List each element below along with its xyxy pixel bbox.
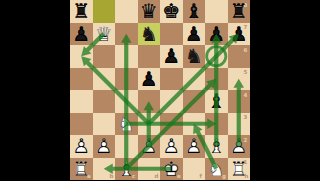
piece-black-pawn-h7[interactable]: ♟♙ [228, 23, 251, 46]
pawn-outline-glyph: ♙ [183, 23, 206, 46]
square-a3[interactable] [70, 113, 93, 136]
square-c8[interactable] [115, 0, 138, 23]
bishop-outline-glyph: ♗ [205, 90, 228, 113]
rank-coordinate-5: 5 [244, 69, 248, 75]
square-g6[interactable] [205, 45, 228, 68]
piece-white-queen-b7[interactable]: ♛♕ [93, 23, 116, 46]
square-b5[interactable] [93, 68, 116, 91]
piece-black-knight-d7[interactable]: ♞♘ [138, 23, 161, 46]
file-coordinate-f: f [200, 173, 202, 179]
right-letterbox-bar [250, 0, 320, 180]
square-g5[interactable] [205, 68, 228, 91]
square-a4[interactable] [70, 90, 93, 113]
piece-white-bishop-c1[interactable]: ♝♗ [115, 158, 138, 181]
knight-outline-glyph: ♘ [138, 23, 161, 46]
square-d4[interactable] [138, 90, 161, 113]
rank-coordinate-4: 4 [244, 92, 248, 98]
piece-white-bishop-g2[interactable]: ♝♗ [205, 135, 228, 158]
square-g3[interactable] [205, 113, 228, 136]
piece-black-pawn-d5[interactable]: ♟♙ [138, 68, 161, 91]
piece-white-rook-h1[interactable]: ♜♖ [228, 158, 251, 181]
square-b6[interactable] [93, 45, 116, 68]
square-c7[interactable] [115, 23, 138, 46]
piece-white-rook-a1[interactable]: ♜♖ [70, 158, 93, 181]
knight-outline-glyph: ♘ [183, 45, 206, 68]
rook-outline-glyph: ♖ [228, 0, 251, 23]
king-outline-glyph: ♔ [160, 158, 183, 181]
knight-outline-glyph: ♘ [115, 113, 138, 136]
square-b3[interactable] [93, 113, 116, 136]
piece-white-knight-c3[interactable]: ♞♘ [115, 113, 138, 136]
square-c5[interactable] [115, 68, 138, 91]
piece-black-pawn-a7[interactable]: ♟♙ [70, 23, 93, 46]
pawn-outline-glyph: ♙ [138, 135, 161, 158]
file-coordinate-b: b [110, 173, 114, 179]
piece-white-knight-g1[interactable]: ♞♘ [205, 158, 228, 181]
square-c6[interactable] [115, 45, 138, 68]
left-letterbox-bar [0, 0, 70, 180]
piece-white-pawn-h2[interactable]: ♟♙ [228, 135, 251, 158]
piece-white-pawn-b2[interactable]: ♟♙ [93, 135, 116, 158]
pawn-outline-glyph: ♙ [138, 68, 161, 91]
piece-black-rook-a8[interactable]: ♜♖ [70, 0, 93, 23]
pawn-outline-glyph: ♙ [228, 135, 251, 158]
pawn-outline-glyph: ♙ [70, 23, 93, 46]
piece-black-bishop-g4[interactable]: ♝♗ [205, 90, 228, 113]
knight-outline-glyph: ♘ [205, 158, 228, 181]
square-f3[interactable] [183, 113, 206, 136]
square-d3[interactable] [138, 113, 161, 136]
file-coordinate-d: d [155, 173, 159, 179]
video-frame: 12345678abcdefgh♜♖♛♕♚♔♝♗♜♖♟♙♛♕♞♘♟♙♟♙♟♙♟♙… [0, 0, 320, 180]
piece-black-bishop-f8[interactable]: ♝♗ [183, 0, 206, 23]
king-outline-glyph: ♔ [160, 0, 183, 23]
square-b4[interactable] [93, 90, 116, 113]
piece-white-pawn-e2[interactable]: ♟♙ [160, 135, 183, 158]
last-move-highlight-b8 [93, 0, 116, 23]
rook-outline-glyph: ♖ [70, 158, 93, 181]
piece-black-pawn-e6[interactable]: ♟♙ [160, 45, 183, 68]
piece-black-rook-h8[interactable]: ♜♖ [228, 0, 251, 23]
rook-outline-glyph: ♖ [228, 158, 251, 181]
piece-white-king-e1[interactable]: ♚♔ [160, 158, 183, 181]
piece-white-pawn-a2[interactable]: ♟♙ [70, 135, 93, 158]
pawn-outline-glyph: ♙ [160, 45, 183, 68]
square-a6[interactable] [70, 45, 93, 68]
rank-coordinate-6: 6 [244, 47, 248, 53]
square-d6[interactable] [138, 45, 161, 68]
piece-black-pawn-f7[interactable]: ♟♙ [183, 23, 206, 46]
rook-outline-glyph: ♖ [70, 0, 93, 23]
pawn-outline-glyph: ♙ [228, 23, 251, 46]
rank-coordinate-3: 3 [244, 114, 248, 120]
queen-outline-glyph: ♕ [93, 23, 116, 46]
piece-black-pawn-g7[interactable]: ♟♙ [205, 23, 228, 46]
square-f5[interactable] [183, 68, 206, 91]
chess-board[interactable]: 12345678abcdefgh♜♖♛♕♚♔♝♗♜♖♟♙♛♕♞♘♟♙♟♙♟♙♟♙… [70, 0, 250, 180]
pawn-outline-glyph: ♙ [70, 135, 93, 158]
square-e4[interactable] [160, 90, 183, 113]
bishop-outline-glyph: ♗ [183, 0, 206, 23]
pawn-outline-glyph: ♙ [205, 23, 228, 46]
square-g8[interactable] [205, 0, 228, 23]
bishop-outline-glyph: ♗ [205, 135, 228, 158]
square-e5[interactable] [160, 68, 183, 91]
square-c2[interactable] [115, 135, 138, 158]
square-e3[interactable] [160, 113, 183, 136]
pawn-outline-glyph: ♙ [183, 135, 206, 158]
piece-white-pawn-f2[interactable]: ♟♙ [183, 135, 206, 158]
square-e7[interactable] [160, 23, 183, 46]
bishop-outline-glyph: ♗ [115, 158, 138, 181]
piece-black-knight-f6[interactable]: ♞♘ [183, 45, 206, 68]
pawn-outline-glyph: ♙ [93, 135, 116, 158]
square-a5[interactable] [70, 68, 93, 91]
piece-black-king-e8[interactable]: ♚♔ [160, 0, 183, 23]
pawn-outline-glyph: ♙ [160, 135, 183, 158]
piece-black-queen-d8[interactable]: ♛♕ [138, 0, 161, 23]
piece-white-pawn-d2[interactable]: ♟♙ [138, 135, 161, 158]
square-c4[interactable] [115, 90, 138, 113]
queen-outline-glyph: ♕ [138, 0, 161, 23]
square-f4[interactable] [183, 90, 206, 113]
